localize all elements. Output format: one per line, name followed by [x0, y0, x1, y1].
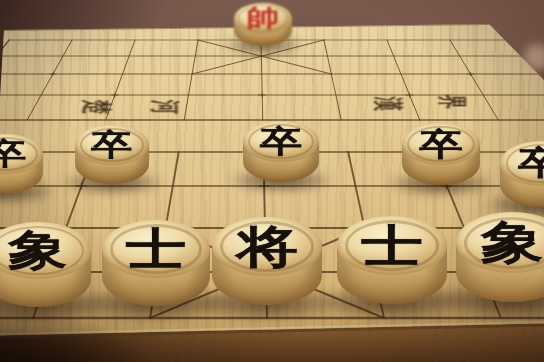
piece-character: 帥	[234, 7, 292, 30]
piece-top-face: 卒	[500, 141, 544, 185]
piece-top-face: 象	[0, 222, 91, 279]
river-text-chu: 楚	[84, 96, 110, 117]
piece-black-soldier-soldier-3[interactable]: 卒	[243, 121, 319, 182]
piece-top-face: 将	[212, 217, 322, 276]
piece-top-face: 卒	[75, 125, 149, 165]
piece-black-elephant-elephant-right[interactable]: 象	[456, 212, 544, 302]
piece-black-advisor-advisor-right[interactable]: 士	[337, 216, 447, 304]
piece-black-soldier-soldier-2[interactable]: 卒	[75, 125, 149, 184]
river-text-jie: 界	[439, 91, 465, 112]
piece-character: 卒	[0, 139, 43, 168]
xiangqi-photo-scene: 楚 河 漢 界 ·········· 帥卒卒卒卒卒象士将士象	[0, 0, 544, 362]
piece-character: 士	[337, 224, 447, 267]
river-text-han: 漢	[375, 93, 401, 114]
piece-character: 将	[212, 225, 322, 268]
piece-top-face: 卒	[243, 121, 319, 162]
piece-black-advisor-advisor-left[interactable]: 士	[102, 220, 210, 306]
piece-black-elephant-elephant-left[interactable]: 象	[0, 222, 91, 307]
piece-character: 卒	[75, 130, 149, 159]
piece-character: 象	[456, 221, 544, 265]
piece-top-face: 士	[102, 220, 210, 278]
piece-top-face: 卒	[0, 134, 43, 174]
piece-black-soldier-soldier-1[interactable]: 卒	[0, 134, 43, 193]
river-text-he: 河	[152, 96, 178, 117]
piece-black-soldier-soldier-5[interactable]: 卒	[500, 141, 544, 207]
edge-engraving: ··········	[56, 11, 125, 19]
piece-top-face: 象	[456, 212, 544, 272]
piece-top-face: 帥	[234, 3, 292, 34]
piece-black-general-general-black[interactable]: 将	[212, 217, 322, 305]
piece-character: 象	[0, 230, 91, 271]
piece-character: 士	[102, 228, 210, 270]
piece-top-face: 卒	[402, 123, 480, 165]
piece-black-soldier-soldier-4[interactable]: 卒	[402, 123, 480, 185]
piece-character: 卒	[243, 127, 319, 157]
piece-character: 卒	[402, 128, 480, 158]
piece-red-general-red-general[interactable]: 帥	[234, 3, 292, 46]
piece-character: 卒	[500, 148, 544, 180]
piece-top-face: 士	[337, 216, 447, 275]
